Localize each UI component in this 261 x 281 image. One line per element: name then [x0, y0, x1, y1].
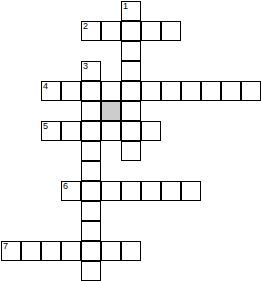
answer-cell-r12-c3[interactable] [61, 241, 81, 261]
clue-number-7: 7 [3, 242, 8, 251]
clue-number-4: 4 [43, 82, 48, 91]
answer-cell-r9-c5[interactable] [101, 181, 121, 201]
answer-cell-r12-c1[interactable] [21, 241, 41, 261]
answer-cell-r9-c9[interactable] [181, 181, 201, 201]
clue-number-1: 1 [123, 2, 128, 11]
answer-cell-r4-c9[interactable] [181, 81, 201, 101]
answer-cell-r9-c4[interactable] [81, 181, 101, 201]
answer-cell-r4-c11[interactable] [221, 81, 241, 101]
answer-cell-r4-c4[interactable] [81, 81, 101, 101]
answer-cell-r4-c10[interactable] [201, 81, 221, 101]
answer-cell-r3-c6[interactable] [121, 61, 141, 81]
answer-cell-r2-c6[interactable] [121, 41, 141, 61]
answer-cell-r1-c4[interactable]: 2 [81, 21, 101, 41]
answer-cell-r12-c5[interactable] [101, 241, 121, 261]
answer-cell-r6-c3[interactable] [61, 121, 81, 141]
answer-cell-r9-c3[interactable]: 6 [61, 181, 81, 201]
answer-cell-r6-c5[interactable] [101, 121, 121, 141]
answer-cell-r6-c7[interactable] [141, 121, 161, 141]
answer-cell-r7-c4[interactable] [81, 141, 101, 161]
crossword-board: 1234567 [1, 1, 261, 281]
clue-number-3: 3 [83, 62, 88, 71]
answer-cell-r12-c4[interactable] [81, 241, 101, 261]
answer-cell-r4-c8[interactable] [161, 81, 181, 101]
answer-cell-r5-c4[interactable] [81, 101, 101, 121]
answer-cell-r4-c6[interactable] [121, 81, 141, 101]
answer-cell-r9-c8[interactable] [161, 181, 181, 201]
answer-cell-r4-c2[interactable]: 4 [41, 81, 61, 101]
answer-cell-r3-c4[interactable]: 3 [81, 61, 101, 81]
answer-cell-r5-c6[interactable] [121, 101, 141, 121]
answer-cell-r6-c2[interactable]: 5 [41, 121, 61, 141]
answer-cell-r13-c4[interactable] [81, 261, 101, 281]
crossword-diagram: 1234567 [0, 0, 261, 281]
answer-cell-r12-c2[interactable] [41, 241, 61, 261]
clue-number-5: 5 [43, 122, 48, 131]
answer-cell-r9-c6[interactable] [121, 181, 141, 201]
answer-cell-r4-c5[interactable] [101, 81, 121, 101]
shaded-cell-r5-c5 [101, 101, 121, 121]
answer-cell-r4-c3[interactable] [61, 81, 81, 101]
answer-cell-r12-c6[interactable] [121, 241, 141, 261]
answer-cell-r1-c5[interactable] [101, 21, 121, 41]
answer-cell-r4-c12[interactable] [241, 81, 261, 101]
answer-cell-r11-c4[interactable] [81, 221, 101, 241]
answer-cell-r1-c8[interactable] [161, 21, 181, 41]
answer-cell-r12-c0[interactable]: 7 [1, 241, 21, 261]
answer-cell-r6-c6[interactable] [121, 121, 141, 141]
answer-cell-r9-c7[interactable] [141, 181, 161, 201]
answer-cell-r8-c4[interactable] [81, 161, 101, 181]
answer-cell-r10-c4[interactable] [81, 201, 101, 221]
answer-cell-r6-c4[interactable] [81, 121, 101, 141]
answer-cell-r1-c6[interactable] [121, 21, 141, 41]
answer-cell-r7-c6[interactable] [121, 141, 141, 161]
answer-cell-r0-c6[interactable]: 1 [121, 1, 141, 21]
answer-cell-r1-c7[interactable] [141, 21, 161, 41]
clue-number-2: 2 [83, 22, 88, 31]
clue-number-6: 6 [63, 182, 68, 191]
answer-cell-r4-c7[interactable] [141, 81, 161, 101]
